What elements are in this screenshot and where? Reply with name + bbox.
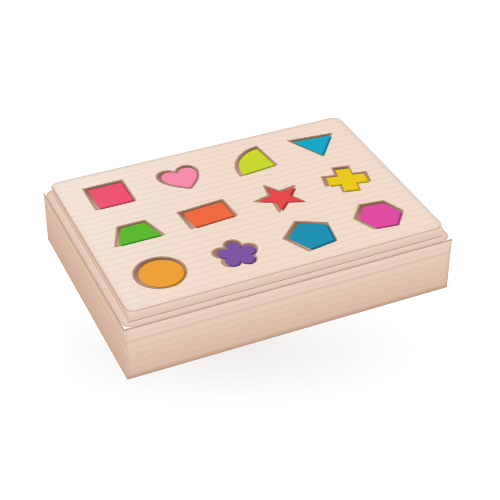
cell-r3c1-circle-hole — [114, 245, 206, 301]
cell-r3c2-flower-hole — [190, 226, 282, 280]
piece-hexagon[interactable] — [353, 202, 410, 231]
piece-circle[interactable] — [132, 256, 193, 294]
piece-cross[interactable] — [323, 167, 373, 194]
scene — [73, 95, 413, 335]
piece-flower[interactable] — [213, 239, 263, 269]
cell-r1c1-square-hole — [67, 171, 152, 219]
cell-r2c1-trapezoid-hole — [90, 207, 178, 259]
piece-rectangle[interactable] — [183, 202, 236, 229]
piece-quarter-circle[interactable] — [226, 149, 276, 176]
cell-r3c3-pentagon-hole — [263, 208, 355, 260]
piece-heart[interactable] — [158, 166, 209, 194]
puzzle-box — [44, 122, 452, 329]
piece-trapezoid[interactable] — [110, 220, 163, 246]
piece-star[interactable] — [250, 180, 312, 214]
product-photo-stage — [0, 0, 500, 500]
piece-pentagon[interactable] — [280, 217, 344, 253]
